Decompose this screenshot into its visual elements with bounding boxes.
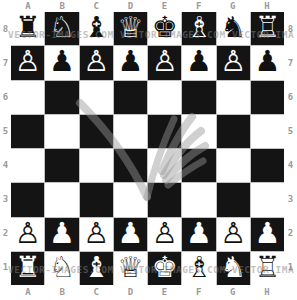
square-g2: ♙ [217,218,250,251]
piece-black-queen-d8: ♕ [117,13,143,42]
square-b8: ♘ [45,12,78,45]
square-h4 [251,149,284,182]
square-f2: ♟ [182,218,215,251]
rank-label-1: 1 [284,251,297,285]
square-c7: ♙ [80,46,113,79]
square-h5 [251,115,284,148]
file-label-g: G [216,0,250,12]
square-c4 [80,149,113,182]
square-f5 [182,115,215,148]
square-c1: ♝ [80,252,113,285]
square-b1: ♘ [45,252,78,285]
rank-label-4: 4 [0,149,11,183]
piece-white-queen-d1: ♕ [117,253,143,282]
square-f6 [182,81,215,114]
square-a8: ♜ [11,12,44,45]
square-e4 [148,149,181,182]
piece-white-pawn-f2: ♟ [186,219,212,248]
piece-black-bishop-f8: ♗ [186,13,212,42]
square-e5 [148,115,181,148]
square-c3 [80,183,113,216]
square-d5 [114,115,147,148]
square-e3 [148,183,181,216]
square-d6 [114,81,147,114]
square-a1: ♜ [11,252,44,285]
square-g3 [217,183,250,216]
square-e6 [148,81,181,114]
chess-board: ♜♘♝♕♚♗♞♖♙♟♙♟♙♟♙♟♙♟♙♟♙♟♙♟♜♘♝♕♚♗♞♖ [11,12,284,285]
piece-white-rook-a1: ♜ [15,253,41,282]
piece-white-pawn-g2: ♙ [220,219,246,248]
piece-black-rook-a8: ♜ [15,13,41,42]
square-h7: ♟ [251,46,284,79]
square-b5 [45,115,78,148]
piece-white-bishop-c1: ♝ [83,253,109,282]
file-label-a: A [11,0,45,12]
chess-diagram: ABCDEFGH 87654321 ♜♘♝♕♚♗♞♖♙♟♙♟♙♟♙♟♙♟♙♟♙♟… [0,0,297,300]
piece-white-pawn-e2: ♙ [152,219,178,248]
file-labels-bottom: ABCDEFGH [11,285,284,300]
file-label-b: B [45,0,79,12]
file-labels-top: ABCDEFGH [11,0,284,12]
square-g7: ♙ [217,46,250,79]
piece-black-knight-g8: ♞ [220,13,246,42]
square-c8: ♝ [80,12,113,45]
square-a2: ♙ [11,218,44,251]
piece-black-pawn-a7: ♙ [15,47,41,76]
rank-label-7: 7 [0,46,11,80]
piece-white-bishop-f1: ♗ [186,253,212,282]
rank-label-5: 5 [0,114,11,148]
square-d4 [114,149,147,182]
square-h3 [251,183,284,216]
square-b6 [45,81,78,114]
square-d8: ♕ [114,12,147,45]
rank-label-8: 8 [0,12,11,46]
square-d2: ♟ [114,218,147,251]
piece-white-pawn-h2: ♟ [254,219,280,248]
square-f1: ♗ [182,252,215,285]
square-d7: ♟ [114,46,147,79]
file-label-b: B [45,285,79,300]
piece-white-pawn-a2: ♙ [15,219,41,248]
rank-label-8: 8 [284,12,297,46]
square-b2: ♟ [45,218,78,251]
square-e7: ♙ [148,46,181,79]
piece-black-rook-h8: ♖ [254,13,280,42]
piece-black-pawn-c7: ♙ [83,47,109,76]
piece-black-pawn-d7: ♟ [117,47,143,76]
square-g4 [217,149,250,182]
rank-label-6: 6 [284,80,297,114]
rank-labels-left: 87654321 [0,12,11,285]
piece-white-knight-g1: ♞ [220,253,246,282]
piece-white-pawn-c2: ♙ [83,219,109,248]
piece-black-knight-b8: ♘ [49,13,75,42]
square-e1: ♚ [148,252,181,285]
piece-white-pawn-b2: ♟ [49,219,75,248]
square-c6 [80,81,113,114]
square-e8: ♚ [148,12,181,45]
square-g1: ♞ [217,252,250,285]
rank-labels-right: 87654321 [284,12,297,285]
rank-label-4: 4 [284,149,297,183]
piece-black-pawn-g7: ♙ [220,47,246,76]
piece-white-king-e1: ♚ [152,253,178,282]
square-g5 [217,115,250,148]
square-f4 [182,149,215,182]
rank-label-2: 2 [0,217,11,251]
rank-label-1: 1 [0,251,11,285]
square-a6 [11,81,44,114]
file-label-h: H [250,285,284,300]
file-label-e: E [148,285,182,300]
square-a5 [11,115,44,148]
piece-white-rook-h1: ♖ [254,253,280,282]
square-e2: ♙ [148,218,181,251]
file-label-h: H [250,0,284,12]
square-b7: ♟ [45,46,78,79]
square-g8: ♞ [217,12,250,45]
square-h1: ♖ [251,252,284,285]
square-f3 [182,183,215,216]
piece-black-king-e8: ♚ [152,13,178,42]
square-c5 [80,115,113,148]
file-label-d: D [113,0,147,12]
file-label-e: E [148,0,182,12]
rank-label-3: 3 [0,183,11,217]
rank-label-7: 7 [284,46,297,80]
square-h8: ♖ [251,12,284,45]
square-f8: ♗ [182,12,215,45]
piece-black-pawn-e7: ♙ [152,47,178,76]
square-c2: ♙ [80,218,113,251]
piece-black-pawn-f7: ♟ [186,47,212,76]
piece-white-pawn-d2: ♟ [117,219,143,248]
square-f7: ♟ [182,46,215,79]
file-label-d: D [113,285,147,300]
square-d1: ♕ [114,252,147,285]
square-a7: ♙ [11,46,44,79]
rank-label-6: 6 [0,80,11,114]
square-b3 [45,183,78,216]
file-label-f: F [182,285,216,300]
square-h6 [251,81,284,114]
rank-label-5: 5 [284,114,297,148]
piece-black-bishop-c8: ♝ [83,13,109,42]
rank-label-2: 2 [284,217,297,251]
square-d3 [114,183,147,216]
file-label-c: C [79,0,113,12]
square-a4 [11,149,44,182]
file-label-g: G [216,285,250,300]
piece-white-knight-b1: ♘ [49,253,75,282]
square-b4 [45,149,78,182]
file-label-a: A [11,285,45,300]
rank-label-3: 3 [284,183,297,217]
piece-black-pawn-h7: ♟ [254,47,280,76]
piece-black-pawn-b7: ♟ [49,47,75,76]
square-h2: ♟ [251,218,284,251]
square-g6 [217,81,250,114]
file-label-f: F [182,0,216,12]
square-a3 [11,183,44,216]
file-label-c: C [79,285,113,300]
